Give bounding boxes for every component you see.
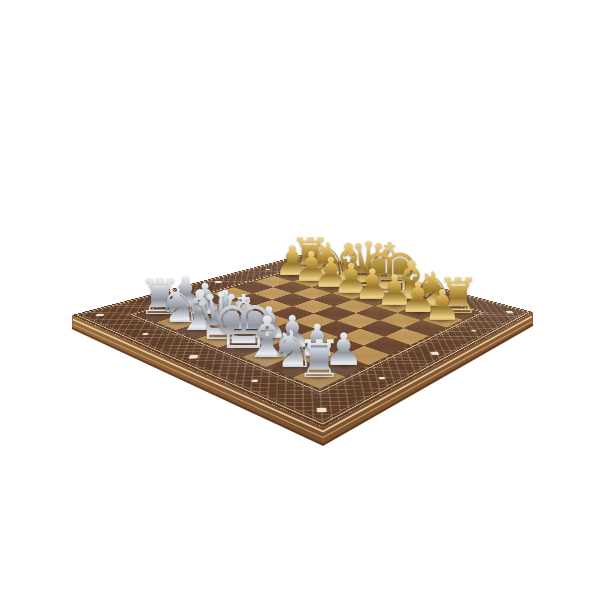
piece-black-king-e8: ♚ [358,234,421,304]
piece-contact-shadow [278,362,306,371]
piece-contact-shadow [166,317,193,326]
piece-contact-shadow [370,288,408,297]
piece-white-knight-g1: ♞ [269,324,315,375]
piece-reflection: ♚ [358,282,421,352]
piece-reflection: ♜ [437,305,480,353]
piece-reflection: ♟ [293,275,330,316]
piece-contact-shadow [213,317,237,326]
piece-contact-shadow [252,352,283,361]
piece-black-rook-a8: ♜ [290,232,332,279]
piece-reflection: ♟ [227,323,266,367]
piece-black-pawn-a7: ♟ [274,241,311,282]
piece-black-pawn-g7: ♟ [399,277,437,320]
piece-black-rook-h8: ♜ [437,272,480,320]
piece-contact-shadow [193,309,217,318]
piece-contact-shadow [298,266,324,275]
piece-reflection: ♟ [376,299,414,341]
piece-reflection: ♝ [325,273,372,326]
piece-reflection: ♟ [297,349,337,393]
piece-reflection: ♛ [192,328,251,393]
piece-reflection: ♟ [186,307,225,350]
piece-white-bishop-f1: ♝ [242,309,293,366]
piece-reflection: ♟ [423,313,461,356]
piece-reflection: ♟ [249,331,288,375]
piece-contact-shadow [431,315,455,324]
piece-white-rook-a1: ♜ [138,273,182,322]
piece-black-pawn-c7: ♟ [312,252,349,294]
piece-white-knight-b1: ♞ [157,281,201,330]
piece-white-queen-d1: ♛ [192,284,251,349]
piece-reflection: ♚ [210,336,276,410]
piece-contact-shadow [421,301,447,310]
piece-reflection: ♞ [157,314,201,363]
piece-contact-shadow [334,276,363,285]
piece-contact-shadow [316,271,342,280]
piece-black-queen-d8: ♛ [341,235,396,297]
piece-reflection: ♛ [341,277,396,339]
piece-contact-shadow [383,301,406,310]
piece-contact-shadow [184,325,215,334]
piece-white-bishop-c1: ♝ [174,283,224,339]
piece-contact-shadow [234,325,258,334]
piece-contact-shadow [203,333,239,342]
piece-black-pawn-d7: ♟ [332,258,369,300]
piece-reflection: ♟ [274,269,311,310]
piece-reflection: ♟ [354,293,392,335]
piece-contact-shadow [223,342,264,351]
piece-white-rook-h1: ♜ [296,334,342,386]
piece-reflection: ♜ [296,369,342,421]
piece-contact-shadow [280,342,304,351]
piece-contact-shadow [146,309,173,318]
piece-reflection: ♞ [413,298,456,346]
piece-white-pawn-a2: ♟ [166,271,204,314]
pieces-layer: ♜♜♞♞♝♝♛♛♚♚♝♝♞♞♜♜♟♟♟♟♟♟♟♟♟♟♟♟♟♟♟♟♟♟♟♟♟♟♟♟… [0,0,600,600]
piece-reflection: ♟ [312,281,349,323]
piece-black-knight-g8: ♞ [413,265,456,313]
piece-reflection: ♟ [399,306,437,349]
piece-white-pawn-g2: ♟ [297,319,337,363]
piece-contact-shadow [331,361,356,370]
piece-contact-shadow [351,282,385,291]
piece-black-bishop-c8: ♝ [325,237,372,290]
piece-contact-shadow [319,282,342,291]
piece-reflection: ♜ [138,307,182,356]
piece-contact-shadow [257,333,281,342]
piece-black-pawn-f7: ♟ [376,270,414,312]
piece-black-pawn-b7: ♟ [293,247,330,288]
piece-contact-shadow [397,294,427,303]
piece-black-bishop-f8: ♝ [387,254,435,308]
piece-black-knight-b8: ♞ [308,237,350,284]
piece-reflection: ♜ [290,263,332,310]
piece-contact-shadow [361,294,384,303]
piece-white-pawn-e2: ♟ [249,301,288,345]
piece-contact-shadow [406,308,429,317]
product-image: ♜♜♞♞♝♝♛♛♚♚♝♝♞♞♜♜♟♟♟♟♟♟♟♟♟♟♟♟♟♟♟♟♟♟♟♟♟♟♟♟… [0,0,600,600]
piece-contact-shadow [305,372,333,381]
piece-reflection: ♞ [308,268,350,315]
piece-contact-shadow [340,288,363,297]
piece-reflection: ♟ [166,300,204,343]
piece-white-pawn-b2: ♟ [186,278,225,321]
piece-reflection: ♝ [387,291,435,345]
piece-white-pawn-c2: ♟ [206,285,245,328]
piece-contact-shadow [445,307,472,316]
piece-reflection: ♝ [174,321,224,377]
piece-black-pawn-e7: ♟ [354,264,392,306]
piece-white-pawn-d2: ♟ [227,293,266,337]
piece-black-pawn-h7: ♟ [423,284,461,327]
piece-contact-shadow [174,302,198,311]
piece-reflection: ♞ [269,358,315,409]
piece-reflection: ♝ [242,348,293,405]
piece-reflection: ♟ [332,286,369,328]
piece-white-king-e1: ♚ [210,285,276,359]
piece-white-pawn-h2: ♟ [324,328,364,373]
piece-contact-shadow [305,351,329,360]
piece-reflection: ♟ [273,340,313,384]
piece-reflection: ♟ [206,315,245,358]
piece-contact-shadow [300,276,323,285]
piece-contact-shadow [281,271,304,280]
piece-white-pawn-f2: ♟ [273,310,313,354]
piece-reflection: ♟ [324,359,364,404]
